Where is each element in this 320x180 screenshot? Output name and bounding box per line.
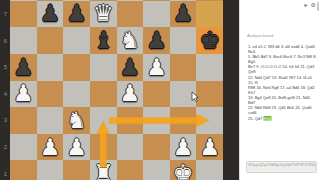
square-e3[interactable] — [117, 107, 144, 134]
move-line[interactable]: Rff8 16. Ne6 Rg8 17. a4 Bd6 18. Qd2 Kh7 — [248, 85, 318, 95]
white-knight[interactable]: ♞ — [117, 27, 144, 54]
square-h2[interactable]: ♟ — [196, 134, 223, 161]
square-a7[interactable] — [10, 1, 37, 28]
square-d6[interactable]: ♝ — [90, 27, 117, 54]
square-h4[interactable] — [196, 81, 223, 108]
rank-label-6: 6 — [0, 38, 7, 44]
square-b1[interactable] — [37, 160, 64, 180]
move-line[interactable]: 5. Bb5 Bd7 6. Bxc6 Bxc6 7. Nc3 Nf6 8. Bg… — [248, 54, 318, 64]
white-pawn[interactable]: ♟ — [196, 134, 223, 161]
chess-board[interactable]: ♟♟♛♟♝♞♟♚♟♟♟♟♟♞♟♟♟♟♜♚ — [10, 0, 223, 180]
move-line-current[interactable]: 25. Qd7 Kh6 — [248, 116, 318, 121]
rank-coordinates: 87654321 — [0, 0, 9, 180]
square-b5[interactable] — [37, 54, 64, 81]
panel-header: Analysis board — [247, 33, 315, 41]
square-g2[interactable]: ♟ — [170, 134, 197, 161]
square-b7[interactable]: ♟ — [37, 1, 64, 28]
square-g4[interactable] — [170, 81, 197, 108]
rank-label-7: 7 — [0, 11, 7, 17]
square-d1[interactable]: ♜ — [90, 160, 117, 180]
square-d4[interactable] — [90, 81, 117, 108]
square-d2[interactable] — [90, 134, 117, 161]
fen-text: 8/1ppQ2p1/3bNp1k/p3pP2/P3P3/2N5/1PP3PP/3… — [247, 162, 317, 168]
square-c2[interactable]: ♟ — [63, 134, 90, 161]
square-g6[interactable] — [170, 27, 197, 54]
square-b3[interactable] — [37, 107, 64, 134]
move-line[interactable]: 12. Nd4 Qd7 13. Rad1 Rf7 14. f4 a5 15. f… — [248, 75, 318, 85]
board-panel-gap-strip — [223, 0, 239, 180]
square-b2[interactable]: ♟ — [37, 134, 64, 161]
square-f4[interactable] — [143, 81, 170, 108]
square-e1[interactable] — [117, 160, 144, 180]
square-g3[interactable] — [170, 107, 197, 134]
rank-label-4: 4 — [0, 91, 7, 97]
square-a4[interactable]: ♟ — [10, 81, 37, 108]
square-g1[interactable]: ♚ — [170, 160, 197, 180]
square-h6[interactable]: ♚ — [196, 27, 223, 54]
analysis-panel: ▸ ⚙ Analysis board 1. e4 e5 2. Nf3 d6 3.… — [239, 0, 320, 180]
square-h7[interactable] — [196, 1, 223, 28]
black-pawn[interactable]: ♟ — [143, 27, 170, 54]
square-f5[interactable]: ♟ — [143, 54, 170, 81]
square-c3[interactable]: ♞ — [63, 107, 90, 134]
black-pawn[interactable]: ♟ — [170, 1, 197, 28]
square-h1[interactable] — [196, 160, 223, 180]
square-h5[interactable] — [196, 54, 223, 81]
square-f7[interactable] — [143, 1, 170, 28]
square-f2[interactable] — [143, 134, 170, 161]
black-pawn[interactable]: ♟ — [37, 1, 64, 28]
square-d5[interactable] — [90, 54, 117, 81]
square-b4[interactable] — [37, 81, 64, 108]
square-e5[interactable]: ♟ — [117, 54, 144, 81]
square-e7[interactable] — [117, 1, 144, 28]
square-f6[interactable]: ♟ — [143, 27, 170, 54]
fen-input[interactable]: 8/1ppQ2p1/3bNp1k/p3pP2/P3P3/2N5/1PP3PP/3… — [246, 161, 317, 173]
square-g7[interactable]: ♟ — [170, 1, 197, 28]
square-g5[interactable] — [170, 54, 197, 81]
square-a6[interactable] — [10, 27, 37, 54]
rank-label-2: 2 — [0, 144, 7, 150]
current-move-highlight[interactable]: Kh6 — [263, 116, 271, 121]
rank-label-3: 3 — [0, 117, 7, 123]
square-c6[interactable] — [63, 27, 90, 54]
square-e2[interactable] — [117, 134, 144, 161]
white-pawn[interactable]: ♟ — [63, 134, 90, 161]
move-line[interactable]: 1. e4 e5 2. Nf3 d6 3. d4 exd4 4. Qxd4 Nc… — [248, 44, 318, 54]
panel-toolbar: ▸ ⚙ — [305, 1, 316, 8]
black-bishop[interactable]: ♝ — [90, 27, 117, 54]
white-pawn[interactable]: ♟ — [10, 81, 37, 108]
square-c5[interactable] — [63, 54, 90, 81]
move-text[interactable]: 25. Qd7 — [248, 116, 263, 121]
black-pawn[interactable]: ♟ — [63, 1, 90, 28]
white-pawn[interactable]: ♟ — [117, 81, 144, 108]
rank-label-5: 5 — [0, 64, 7, 70]
square-f3[interactable] — [143, 107, 170, 134]
square-a1[interactable] — [10, 160, 37, 180]
square-e4[interactable]: ♟ — [117, 81, 144, 108]
rank-label-1: 1 — [0, 171, 7, 177]
black-pawn[interactable]: ♟ — [10, 54, 37, 81]
white-pawn[interactable]: ♟ — [143, 54, 170, 81]
move-line[interactable]: 22. Nb6 Rb8 23. Qd5 Be6 24. Qxd6 cxd6 — [248, 106, 318, 116]
move-list[interactable]: 1. e4 e5 2. Nf3 d6 3. d4 exd4 4. Qxd4 Nc… — [248, 44, 318, 90]
black-pawn[interactable]: ♟ — [117, 54, 144, 81]
move-line[interactable]: Be7 9. O-O-O O-O 10. h4 h6 11. Qd3 Qe8 — [248, 65, 318, 75]
white-queen[interactable]: ♛ — [90, 1, 117, 28]
square-h3[interactable] — [196, 107, 223, 134]
settings-icon[interactable]: ⚙ — [311, 1, 316, 8]
white-king[interactable]: ♚ — [170, 160, 197, 180]
square-e6[interactable]: ♞ — [117, 27, 144, 54]
square-d3[interactable] — [90, 107, 117, 134]
panel-scrollbar[interactable] — [317, 2, 319, 11]
white-knight[interactable]: ♞ — [63, 107, 90, 134]
square-b6[interactable] — [37, 27, 64, 54]
white-pawn[interactable]: ♟ — [170, 134, 197, 161]
autoplay-icon[interactable]: ▸ — [305, 1, 308, 8]
black-king[interactable]: ♚ — [196, 27, 223, 54]
white-rook[interactable]: ♜ — [90, 160, 117, 180]
square-d7[interactable]: ♛ — [90, 1, 117, 28]
move-line[interactable]: 19. Bg4 Qe8 20. Bxf6 gxf6 21. Nd5 Bd7 — [248, 95, 318, 105]
square-a2[interactable] — [10, 134, 37, 161]
game-title: Analysis board — [247, 33, 315, 38]
square-c1[interactable] — [63, 160, 90, 180]
white-pawn[interactable]: ♟ — [37, 134, 64, 161]
square-a5[interactable]: ♟ — [10, 54, 37, 81]
square-c4[interactable] — [63, 81, 90, 108]
square-a3[interactable] — [10, 107, 37, 134]
square-f1[interactable] — [143, 160, 170, 180]
square-c7[interactable]: ♟ — [63, 1, 90, 28]
